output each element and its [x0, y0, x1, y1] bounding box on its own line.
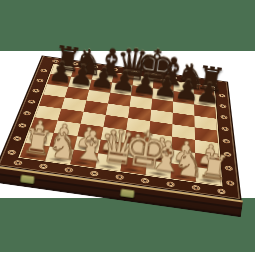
- brass-hinge-left: [20, 175, 35, 184]
- chess-board[interactable]: ♜♞♝♛♚♝♞♜♟♟♟♟♟♟♟♟♟♟♟♟♟♟♟♟♜♞♝♛♚♝♞♜: [0, 56, 242, 201]
- board-grid: ♜♞♝♛♚♝♞♜♟♟♟♟♟♟♟♟♟♟♟♟♟♟♟♟♜♞♝♛♚♝♞♜: [20, 65, 221, 186]
- board-square-e1[interactable]: ♚: [121, 157, 147, 175]
- product-photo-page: { "game": "chess", "position": { "fen": …: [0, 0, 255, 255]
- board-square-f7[interactable]: ♟: [152, 88, 173, 101]
- board-square-f1[interactable]: ♝: [146, 160, 172, 178]
- board-square-h1[interactable]: ♜: [196, 167, 221, 185]
- black-pawn-h7[interactable]: ♟: [194, 77, 219, 107]
- chess-set-photo: ♜♞♝♛♚♝♞♜♟♟♟♟♟♟♟♟♟♟♟♟♟♟♟♟♜♞♝♛♚♝♞♜: [0, 51, 255, 198]
- board-square-h7[interactable]: ♟: [194, 94, 215, 107]
- board-square-c7[interactable]: ♟: [89, 80, 112, 93]
- board-square-c1[interactable]: ♝: [70, 150, 98, 168]
- board-square-g7[interactable]: ♟: [173, 91, 194, 104]
- white-rook-h1[interactable]: ♜: [196, 148, 226, 186]
- board-square-b7[interactable]: ♟: [68, 77, 92, 90]
- brass-hinge-center: [120, 189, 135, 198]
- board-square-d1[interactable]: ♛: [95, 153, 122, 171]
- board-square-d7[interactable]: ♟: [110, 83, 132, 96]
- board-square-c5[interactable]: [84, 100, 108, 114]
- board-square-g1[interactable]: ♞: [171, 164, 196, 182]
- board-square-e7[interactable]: ♟: [131, 85, 153, 98]
- board-square-d5[interactable]: [106, 104, 130, 118]
